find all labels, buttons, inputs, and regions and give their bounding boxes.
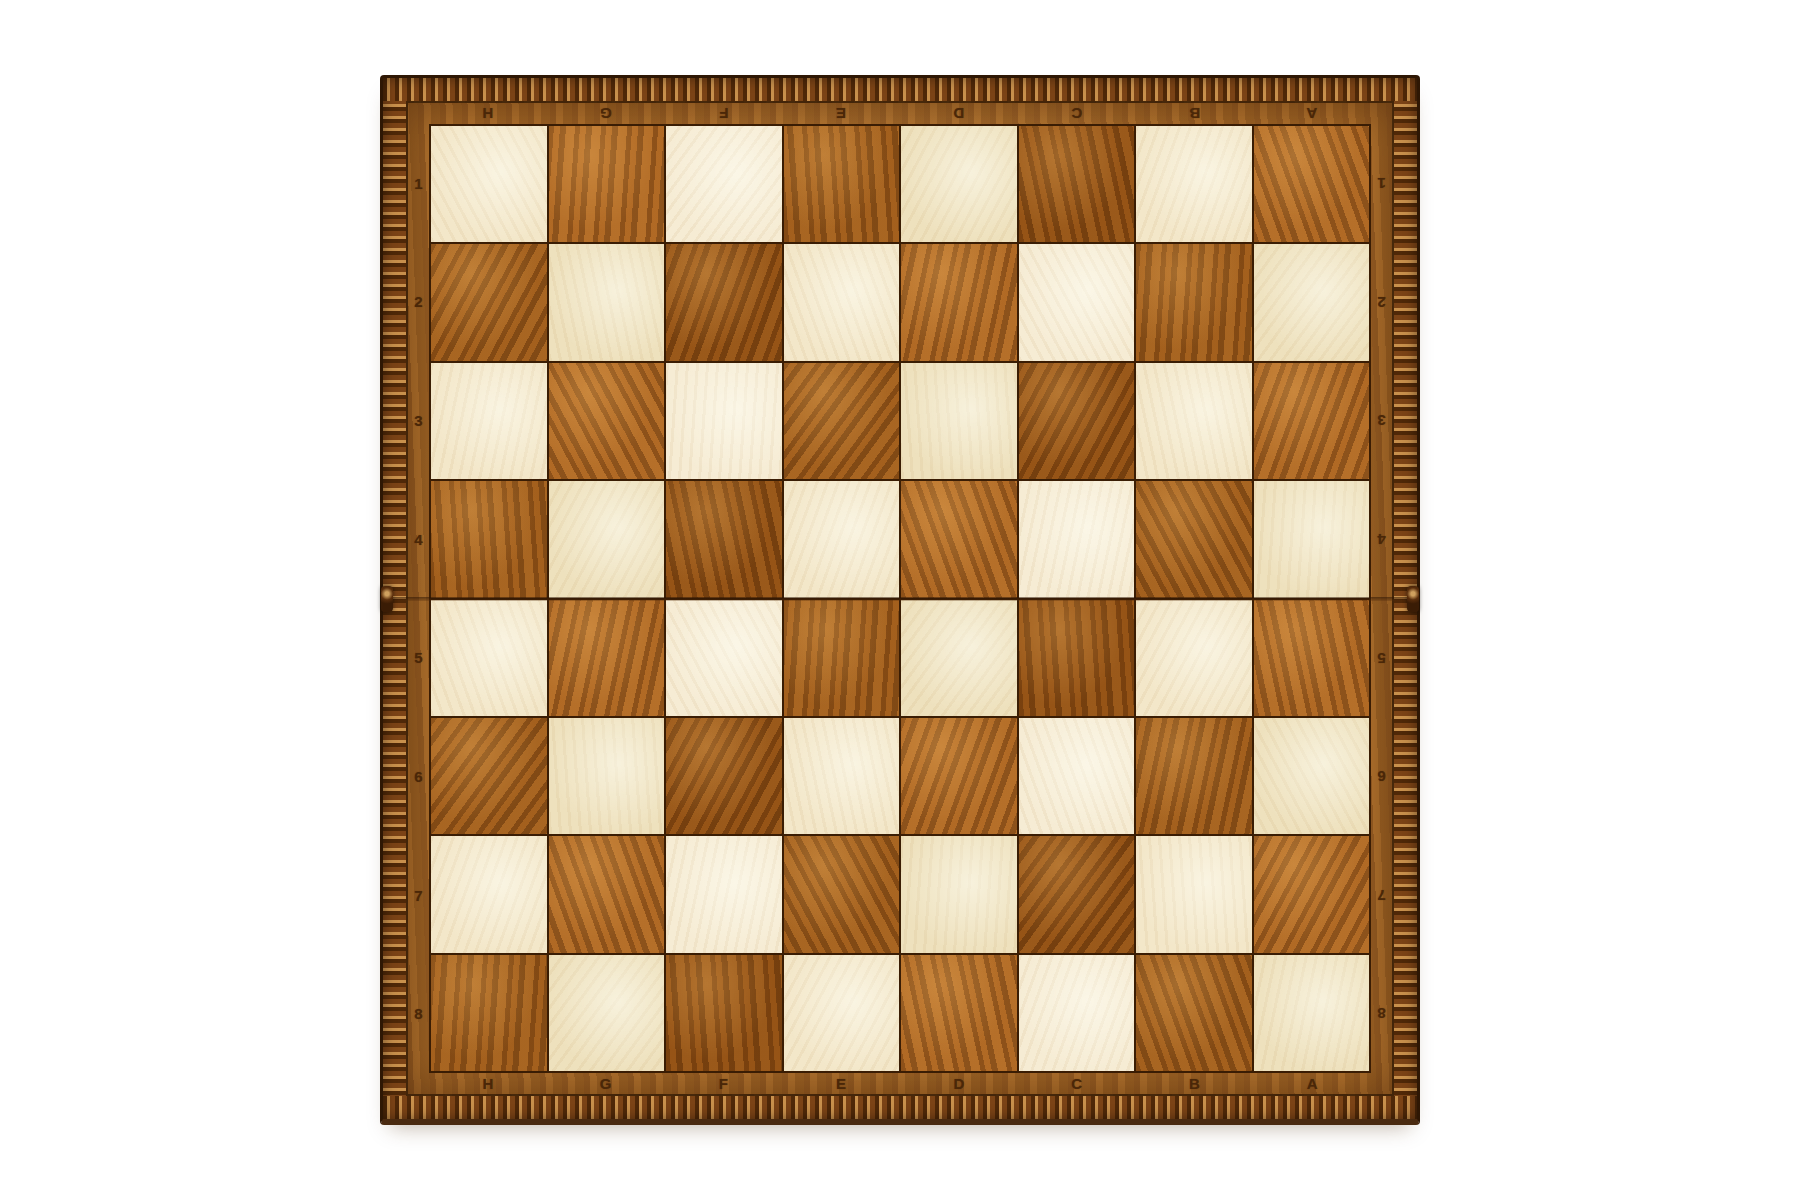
file-label-top-c: C bbox=[1018, 103, 1136, 124]
square-g7[interactable] bbox=[549, 836, 665, 952]
square-a2[interactable] bbox=[1254, 244, 1370, 360]
rank-label-right-7: 7 bbox=[1371, 836, 1392, 955]
rank-label-right-3: 3 bbox=[1371, 361, 1392, 480]
rank-label-right-5: 5 bbox=[1371, 599, 1392, 718]
square-a3[interactable] bbox=[1254, 363, 1370, 479]
square-g6[interactable] bbox=[549, 718, 665, 834]
chess-board: HGFEDCBA HGFEDCBA 12345678 12345678 bbox=[380, 75, 1420, 1125]
rank-label-left-5: 5 bbox=[408, 599, 429, 718]
square-e4[interactable] bbox=[784, 481, 900, 597]
file-label-bottom-f: F bbox=[665, 1073, 783, 1094]
square-e8[interactable] bbox=[784, 955, 900, 1071]
rank-label-left-2: 2 bbox=[408, 243, 429, 362]
rank-label-left-4: 4 bbox=[408, 480, 429, 599]
square-h2[interactable] bbox=[431, 244, 547, 360]
square-c4[interactable] bbox=[1019, 481, 1135, 597]
square-b5[interactable] bbox=[1136, 600, 1252, 716]
square-b2[interactable] bbox=[1136, 244, 1252, 360]
square-h8[interactable] bbox=[431, 955, 547, 1071]
rank-label-left-1: 1 bbox=[408, 124, 429, 243]
square-b3[interactable] bbox=[1136, 363, 1252, 479]
file-label-top-f: F bbox=[665, 103, 783, 124]
photo-background: HGFEDCBA HGFEDCBA 12345678 12345678 bbox=[0, 0, 1800, 1200]
square-g3[interactable] bbox=[549, 363, 665, 479]
square-e6[interactable] bbox=[784, 718, 900, 834]
square-d3[interactable] bbox=[901, 363, 1017, 479]
square-d4[interactable] bbox=[901, 481, 1017, 597]
file-label-bottom-a: A bbox=[1253, 1073, 1371, 1094]
square-b6[interactable] bbox=[1136, 718, 1252, 834]
square-b4[interactable] bbox=[1136, 481, 1252, 597]
square-c5[interactable] bbox=[1019, 600, 1135, 716]
square-d1[interactable] bbox=[901, 126, 1017, 242]
square-h5[interactable] bbox=[431, 600, 547, 716]
file-label-bottom-e: E bbox=[782, 1073, 900, 1094]
square-b7[interactable] bbox=[1136, 836, 1252, 952]
square-f3[interactable] bbox=[666, 363, 782, 479]
square-c2[interactable] bbox=[1019, 244, 1135, 360]
square-f6[interactable] bbox=[666, 718, 782, 834]
square-e2[interactable] bbox=[784, 244, 900, 360]
square-g1[interactable] bbox=[549, 126, 665, 242]
file-labels-top: HGFEDCBA bbox=[429, 103, 1371, 124]
square-f8[interactable] bbox=[666, 955, 782, 1071]
square-d6[interactable] bbox=[901, 718, 1017, 834]
rank-label-left-7: 7 bbox=[408, 836, 429, 955]
file-label-top-b: B bbox=[1136, 103, 1254, 124]
rank-label-right-6: 6 bbox=[1371, 717, 1392, 836]
square-b8[interactable] bbox=[1136, 955, 1252, 1071]
rank-label-right-8: 8 bbox=[1371, 954, 1392, 1073]
file-labels-bottom: HGFEDCBA bbox=[429, 1073, 1371, 1094]
square-d2[interactable] bbox=[901, 244, 1017, 360]
square-g2[interactable] bbox=[549, 244, 665, 360]
file-label-top-h: H bbox=[429, 103, 547, 124]
file-label-top-a: A bbox=[1253, 103, 1371, 124]
square-d8[interactable] bbox=[901, 955, 1017, 1071]
fold-seam bbox=[383, 597, 1417, 601]
square-f5[interactable] bbox=[666, 600, 782, 716]
square-d5[interactable] bbox=[901, 600, 1017, 716]
rank-label-left-8: 8 bbox=[408, 954, 429, 1073]
square-a1[interactable] bbox=[1254, 126, 1370, 242]
file-label-bottom-c: C bbox=[1018, 1073, 1136, 1094]
file-label-bottom-g: G bbox=[547, 1073, 665, 1094]
square-e1[interactable] bbox=[784, 126, 900, 242]
rank-label-left-6: 6 bbox=[408, 717, 429, 836]
file-label-top-e: E bbox=[782, 103, 900, 124]
square-f1[interactable] bbox=[666, 126, 782, 242]
square-c8[interactable] bbox=[1019, 955, 1135, 1071]
file-label-top-d: D bbox=[900, 103, 1018, 124]
square-e3[interactable] bbox=[784, 363, 900, 479]
square-a8[interactable] bbox=[1254, 955, 1370, 1071]
square-f7[interactable] bbox=[666, 836, 782, 952]
rank-label-right-1: 1 bbox=[1371, 124, 1392, 243]
square-e5[interactable] bbox=[784, 600, 900, 716]
square-a7[interactable] bbox=[1254, 836, 1370, 952]
square-f2[interactable] bbox=[666, 244, 782, 360]
file-label-bottom-d: D bbox=[900, 1073, 1018, 1094]
square-g8[interactable] bbox=[549, 955, 665, 1071]
square-c7[interactable] bbox=[1019, 836, 1135, 952]
square-a5[interactable] bbox=[1254, 600, 1370, 716]
square-h1[interactable] bbox=[431, 126, 547, 242]
rank-label-right-4: 4 bbox=[1371, 480, 1392, 599]
square-c3[interactable] bbox=[1019, 363, 1135, 479]
square-f4[interactable] bbox=[666, 481, 782, 597]
square-h4[interactable] bbox=[431, 481, 547, 597]
square-h3[interactable] bbox=[431, 363, 547, 479]
square-b1[interactable] bbox=[1136, 126, 1252, 242]
rank-label-right-2: 2 bbox=[1371, 243, 1392, 362]
file-label-bottom-b: B bbox=[1136, 1073, 1254, 1094]
square-a4[interactable] bbox=[1254, 481, 1370, 597]
hinge-left-icon bbox=[381, 586, 393, 612]
file-label-top-g: G bbox=[547, 103, 665, 124]
rank-label-left-3: 3 bbox=[408, 361, 429, 480]
square-c6[interactable] bbox=[1019, 718, 1135, 834]
square-a6[interactable] bbox=[1254, 718, 1370, 834]
hinge-right-icon bbox=[1407, 586, 1419, 612]
square-d7[interactable] bbox=[901, 836, 1017, 952]
square-h6[interactable] bbox=[431, 718, 547, 834]
square-h7[interactable] bbox=[431, 836, 547, 952]
square-e7[interactable] bbox=[784, 836, 900, 952]
square-c1[interactable] bbox=[1019, 126, 1135, 242]
file-label-bottom-h: H bbox=[429, 1073, 547, 1094]
square-g5[interactable] bbox=[549, 600, 665, 716]
square-g4[interactable] bbox=[549, 481, 665, 597]
